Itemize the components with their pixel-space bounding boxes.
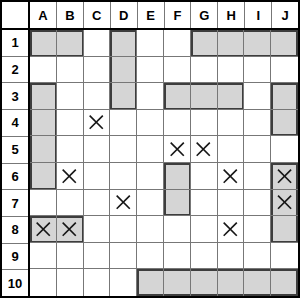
cell-D6[interactable]	[110, 163, 137, 190]
row-label-9: 9	[2, 244, 28, 271]
cell-D2[interactable]	[110, 57, 137, 84]
cell-J10[interactable]	[271, 269, 298, 296]
x-mark-icon	[222, 221, 239, 237]
row-label-column: 12345678910	[2, 30, 30, 296]
x-mark-icon	[222, 168, 239, 184]
cell-A1[interactable]	[30, 30, 57, 57]
cell-C6[interactable]	[84, 163, 111, 190]
x-mark-icon	[169, 141, 186, 157]
cell-G2[interactable]	[191, 57, 218, 84]
cell-H9[interactable]	[218, 243, 245, 270]
cell-H8[interactable]	[218, 216, 245, 243]
cell-B3[interactable]	[57, 83, 84, 110]
cell-I5[interactable]	[244, 136, 271, 163]
cell-H3[interactable]	[218, 83, 245, 110]
cell-D5[interactable]	[110, 136, 137, 163]
cell-C8[interactable]	[84, 216, 111, 243]
cell-B5[interactable]	[57, 136, 84, 163]
cell-J4[interactable]	[271, 110, 298, 137]
cell-G8[interactable]	[191, 216, 218, 243]
cell-J2[interactable]	[271, 57, 298, 84]
cell-I6[interactable]	[244, 163, 271, 190]
x-mark-icon	[61, 168, 78, 184]
col-header-C: C	[84, 2, 111, 28]
cell-J6[interactable]	[271, 163, 298, 190]
cell-B6[interactable]	[57, 163, 84, 190]
cell-A3[interactable]	[30, 83, 57, 110]
cell-H5[interactable]	[218, 136, 245, 163]
cell-B8[interactable]	[57, 216, 84, 243]
x-mark-icon	[35, 221, 52, 237]
row-label-8: 8	[2, 217, 28, 244]
cell-H6[interactable]	[218, 163, 245, 190]
cell-D1[interactable]	[110, 30, 137, 57]
cell-A8[interactable]	[30, 216, 57, 243]
cell-I3[interactable]	[244, 83, 271, 110]
cell-D8[interactable]	[110, 216, 137, 243]
cell-B7[interactable]	[57, 190, 84, 217]
cell-C1[interactable]	[84, 30, 111, 57]
cell-H1[interactable]	[218, 30, 245, 57]
cell-E10[interactable]	[137, 269, 164, 296]
cell-F2[interactable]	[164, 57, 191, 84]
cell-I10[interactable]	[244, 269, 271, 296]
row-label-6: 6	[2, 164, 28, 191]
cell-H7[interactable]	[218, 190, 245, 217]
cell-A2[interactable]	[30, 57, 57, 84]
cells-grid	[30, 30, 298, 296]
cell-D4[interactable]	[110, 110, 137, 137]
x-mark-icon	[276, 168, 293, 184]
cell-F1[interactable]	[164, 30, 191, 57]
cell-B1[interactable]	[57, 30, 84, 57]
cell-J9[interactable]	[271, 243, 298, 270]
cell-A7[interactable]	[30, 190, 57, 217]
cell-F10[interactable]	[164, 269, 191, 296]
cell-D3[interactable]	[110, 83, 137, 110]
cell-E8[interactable]	[137, 216, 164, 243]
cell-C2[interactable]	[84, 57, 111, 84]
row-label-3: 3	[2, 83, 28, 110]
cell-E4[interactable]	[137, 110, 164, 137]
x-mark-icon	[115, 194, 132, 210]
cell-G7[interactable]	[191, 190, 218, 217]
cell-C5[interactable]	[84, 136, 111, 163]
row-label-5: 5	[2, 137, 28, 164]
cell-I1[interactable]	[244, 30, 271, 57]
cell-E2[interactable]	[137, 57, 164, 84]
cell-I4[interactable]	[244, 110, 271, 137]
cell-E7[interactable]	[137, 190, 164, 217]
cell-H10[interactable]	[218, 269, 245, 296]
cell-A6[interactable]	[30, 163, 57, 190]
cell-J7[interactable]	[271, 190, 298, 217]
col-header-A: A	[30, 2, 57, 28]
cell-F6[interactable]	[164, 163, 191, 190]
cell-B10[interactable]	[57, 269, 84, 296]
col-header-J: J	[272, 2, 298, 28]
cell-F8[interactable]	[164, 216, 191, 243]
cell-J5[interactable]	[271, 136, 298, 163]
row-label-4: 4	[2, 110, 28, 137]
x-mark-icon	[195, 141, 212, 157]
cell-F5[interactable]	[164, 136, 191, 163]
cell-A10[interactable]	[30, 269, 57, 296]
row-label-10: 10	[2, 270, 28, 296]
row-label-7: 7	[2, 190, 28, 217]
cell-D9[interactable]	[110, 243, 137, 270]
cell-H4[interactable]	[218, 110, 245, 137]
cell-B2[interactable]	[57, 57, 84, 84]
cell-J1[interactable]	[271, 30, 298, 57]
cell-I7[interactable]	[244, 190, 271, 217]
row-label-2: 2	[2, 57, 28, 84]
cell-F9[interactable]	[164, 243, 191, 270]
x-mark-icon	[276, 194, 293, 210]
cell-H2[interactable]	[218, 57, 245, 84]
cell-G3[interactable]	[191, 83, 218, 110]
cell-A4[interactable]	[30, 110, 57, 137]
col-header-E: E	[138, 2, 165, 28]
cell-G4[interactable]	[191, 110, 218, 137]
cell-I8[interactable]	[244, 216, 271, 243]
cell-D10[interactable]	[110, 269, 137, 296]
cell-C9[interactable]	[84, 243, 111, 270]
cell-A9[interactable]	[30, 243, 57, 270]
cell-E9[interactable]	[137, 243, 164, 270]
cell-C4[interactable]	[84, 110, 111, 137]
cell-C3[interactable]	[84, 83, 111, 110]
cell-E3[interactable]	[137, 83, 164, 110]
cell-I2[interactable]	[244, 57, 271, 84]
cell-F7[interactable]	[164, 190, 191, 217]
cell-C7[interactable]	[84, 190, 111, 217]
cell-B9[interactable]	[57, 243, 84, 270]
cell-I9[interactable]	[244, 243, 271, 270]
cell-G9[interactable]	[191, 243, 218, 270]
col-header-G: G	[191, 2, 218, 28]
cell-F4[interactable]	[164, 110, 191, 137]
col-header-H: H	[218, 2, 245, 28]
cell-G1[interactable]	[191, 30, 218, 57]
row-label-1: 1	[2, 30, 28, 57]
cell-J3[interactable]	[271, 83, 298, 110]
cell-G10[interactable]	[191, 269, 218, 296]
x-mark-icon	[61, 221, 78, 237]
col-header-I: I	[245, 2, 272, 28]
x-mark-icon	[88, 114, 105, 130]
col-header-B: B	[57, 2, 84, 28]
cell-F3[interactable]	[164, 83, 191, 110]
col-header-F: F	[165, 2, 192, 28]
col-header-D: D	[111, 2, 138, 28]
cell-J8[interactable]	[271, 216, 298, 243]
column-header-row: ABCDEFGHIJ	[2, 2, 298, 30]
cell-A5[interactable]	[30, 136, 57, 163]
cell-B4[interactable]	[57, 110, 84, 137]
cell-G6[interactable]	[191, 163, 218, 190]
cell-E6[interactable]	[137, 163, 164, 190]
cell-E1[interactable]	[137, 30, 164, 57]
cell-G5[interactable]	[191, 136, 218, 163]
cell-E5[interactable]	[137, 136, 164, 163]
cell-C10[interactable]	[84, 269, 111, 296]
corner-cell	[2, 2, 30, 28]
cell-D7[interactable]	[110, 190, 137, 217]
battleship-board: ABCDEFGHIJ 12345678910	[0, 0, 300, 298]
